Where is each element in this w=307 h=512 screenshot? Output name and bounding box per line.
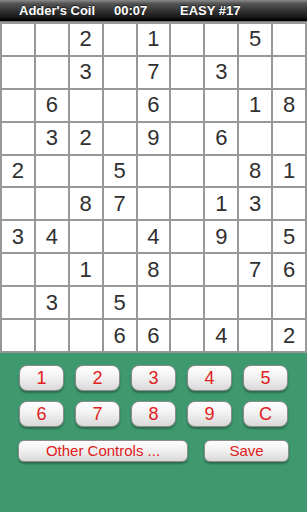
cell-r2c6[interactable]: [171, 57, 203, 88]
cell-r5c6[interactable]: [171, 156, 203, 187]
key-button-4[interactable]: 4: [187, 365, 232, 391]
cell-r7c9[interactable]: 5: [273, 221, 305, 252]
cell-r2c8[interactable]: [239, 57, 271, 88]
keypad-row-2: 6789C: [0, 401, 307, 427]
cell-r5c5[interactable]: [138, 156, 170, 187]
cell-r1c2[interactable]: [36, 24, 68, 55]
cell-r4c6[interactable]: [171, 123, 203, 154]
app-title: Adder's Coil: [19, 0, 95, 21]
keypad-panel: 12345 6789C Other Controls ... Save: [0, 353, 307, 462]
cell-r3c5[interactable]: 6: [138, 90, 170, 121]
cell-r6c3[interactable]: 8: [70, 188, 102, 219]
cell-r10c3[interactable]: [70, 320, 102, 351]
cell-r1c1[interactable]: [2, 24, 34, 55]
cell-r6c2[interactable]: [36, 188, 68, 219]
cell-r10c9[interactable]: 2: [273, 320, 305, 351]
cell-r5c8[interactable]: 8: [239, 156, 271, 187]
cell-r1c8[interactable]: 5: [239, 24, 271, 55]
cell-r2c5[interactable]: 7: [138, 57, 170, 88]
key-button-9[interactable]: 9: [187, 401, 232, 427]
cell-r8c2[interactable]: [36, 254, 68, 285]
cell-r7c2[interactable]: 4: [36, 221, 68, 252]
cell-r3c1[interactable]: [2, 90, 34, 121]
cell-r4c2[interactable]: 3: [36, 123, 68, 154]
cell-r8c3[interactable]: 1: [70, 254, 102, 285]
cell-r9c7[interactable]: [205, 287, 237, 318]
cell-r4c8[interactable]: [239, 123, 271, 154]
key-button-5[interactable]: 5: [243, 365, 288, 391]
cell-r8c1[interactable]: [2, 254, 34, 285]
key-button-1[interactable]: 1: [19, 365, 64, 391]
cell-r4c4[interactable]: [104, 123, 136, 154]
cell-r3c2[interactable]: 6: [36, 90, 68, 121]
cell-r5c4[interactable]: 5: [104, 156, 136, 187]
cell-r8c7[interactable]: [205, 254, 237, 285]
cell-r6c5[interactable]: [138, 188, 170, 219]
cell-r6c8[interactable]: 3: [239, 188, 271, 219]
title-bar: Adder's Coil 00:07 EASY #17: [0, 0, 307, 21]
cell-r4c3[interactable]: 2: [70, 123, 102, 154]
cell-r9c9[interactable]: [273, 287, 305, 318]
cell-r8c8[interactable]: 7: [239, 254, 271, 285]
board-grid: 2153736618329625818713344951876356642: [0, 21, 307, 353]
cell-r4c9[interactable]: [273, 123, 305, 154]
cell-r2c3[interactable]: 3: [70, 57, 102, 88]
cell-r8c9[interactable]: 6: [273, 254, 305, 285]
key-button-6[interactable]: 6: [19, 401, 64, 427]
cell-r2c4[interactable]: [104, 57, 136, 88]
cell-r1c5[interactable]: 1: [138, 24, 170, 55]
cell-r9c3[interactable]: [70, 287, 102, 318]
cell-r9c1[interactable]: [2, 287, 34, 318]
cell-r7c4[interactable]: [104, 221, 136, 252]
app-screen: Adder's Coil 00:07 EASY #17 215373661832…: [0, 0, 307, 512]
cell-r4c5[interactable]: 9: [138, 123, 170, 154]
cell-r10c1[interactable]: [2, 320, 34, 351]
cell-r1c7[interactable]: [205, 24, 237, 55]
cell-r2c1[interactable]: [2, 57, 34, 88]
cell-r9c6[interactable]: [171, 287, 203, 318]
cell-r10c7[interactable]: 4: [205, 320, 237, 351]
cell-r2c2[interactable]: [36, 57, 68, 88]
cell-r8c5[interactable]: 8: [138, 254, 170, 285]
key-button-7[interactable]: 7: [75, 401, 120, 427]
cell-r3c9[interactable]: 8: [273, 90, 305, 121]
save-button[interactable]: Save: [204, 440, 289, 462]
cell-r1c4[interactable]: [104, 24, 136, 55]
cell-r9c8[interactable]: [239, 287, 271, 318]
cell-r7c5[interactable]: 4: [138, 221, 170, 252]
cell-r10c2[interactable]: [36, 320, 68, 351]
cell-r3c4[interactable]: [104, 90, 136, 121]
cell-r8c6[interactable]: [171, 254, 203, 285]
keypad-row-1: 12345: [0, 365, 307, 391]
cell-r6c6[interactable]: [171, 188, 203, 219]
cell-r8c4[interactable]: [104, 254, 136, 285]
cell-r6c1[interactable]: [2, 188, 34, 219]
cell-r5c1[interactable]: 2: [2, 156, 34, 187]
cell-r5c7[interactable]: [205, 156, 237, 187]
cell-r5c9[interactable]: 1: [273, 156, 305, 187]
cell-r9c5[interactable]: [138, 287, 170, 318]
cell-r3c7[interactable]: [205, 90, 237, 121]
cell-r2c7[interactable]: 3: [205, 57, 237, 88]
cell-r1c9[interactable]: [273, 24, 305, 55]
cell-r9c2[interactable]: 3: [36, 287, 68, 318]
cell-r6c7[interactable]: 1: [205, 188, 237, 219]
difficulty-label: EASY #17: [180, 0, 240, 21]
key-button-3[interactable]: 3: [131, 365, 176, 391]
control-row: Other Controls ... Save: [0, 440, 307, 462]
key-button-8[interactable]: 8: [131, 401, 176, 427]
key-button-C[interactable]: C: [243, 401, 288, 427]
cell-r5c3[interactable]: [70, 156, 102, 187]
cell-r7c6[interactable]: [171, 221, 203, 252]
cell-r7c3[interactable]: [70, 221, 102, 252]
cell-r10c8[interactable]: [239, 320, 271, 351]
cell-r1c3[interactable]: 2: [70, 24, 102, 55]
cell-r9c4[interactable]: 5: [104, 287, 136, 318]
cell-r2c9[interactable]: [273, 57, 305, 88]
key-button-2[interactable]: 2: [75, 365, 120, 391]
cell-r7c1[interactable]: 3: [2, 221, 34, 252]
other-controls-button[interactable]: Other Controls ...: [18, 440, 188, 462]
cell-r3c8[interactable]: 1: [239, 90, 271, 121]
cell-r4c1[interactable]: [2, 123, 34, 154]
cell-r6c9[interactable]: [273, 188, 305, 219]
cell-r6c4[interactable]: 7: [104, 188, 136, 219]
cell-r1c6[interactable]: [171, 24, 203, 55]
cell-r10c6[interactable]: [171, 320, 203, 351]
cell-r3c3[interactable]: [70, 90, 102, 121]
cell-r5c2[interactable]: [36, 156, 68, 187]
cell-r10c4[interactable]: 6: [104, 320, 136, 351]
cell-r3c6[interactable]: [171, 90, 203, 121]
cell-r4c7[interactable]: 6: [205, 123, 237, 154]
cell-r10c5[interactable]: 6: [138, 320, 170, 351]
cell-r7c7[interactable]: 9: [205, 221, 237, 252]
timer: 00:07: [114, 0, 147, 21]
cell-r7c8[interactable]: [239, 221, 271, 252]
